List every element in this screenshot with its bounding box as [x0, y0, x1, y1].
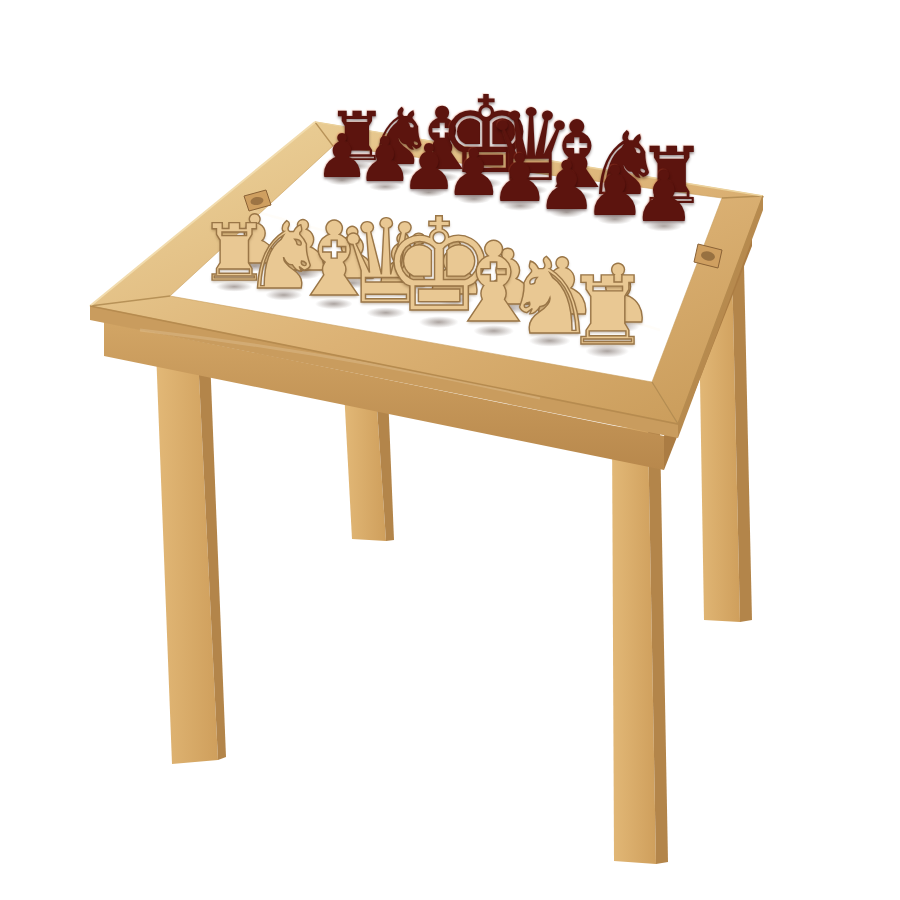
table-leg-left: [156, 350, 226, 764]
product-photo-scene: aabbccddeeffgghh8877665544332211 ♜♞♝♚♛♝♞…: [0, 0, 900, 900]
piece-white-rook-h1[interactable]: ♜: [565, 265, 650, 360]
piece-black-pawn-h7[interactable]: ♟: [632, 162, 695, 233]
table-leg-front: [612, 426, 668, 864]
